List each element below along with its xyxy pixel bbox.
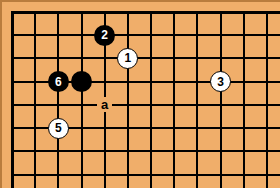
intersection-E18: 2 bbox=[93, 24, 116, 47]
white-stone-1: 1 bbox=[117, 48, 138, 69]
intersection-C16: 6 bbox=[47, 70, 70, 93]
go-board: 21635a bbox=[0, 0, 278, 186]
intersection-C14: 5 bbox=[47, 117, 70, 140]
white-stone-3: 3 bbox=[210, 71, 231, 92]
intersection-D16 bbox=[70, 70, 93, 93]
intersection-K16: 3 bbox=[209, 70, 232, 93]
black-stone-6: 6 bbox=[48, 71, 69, 92]
black-stone-unnumbered bbox=[71, 71, 92, 92]
white-stone-5: 5 bbox=[48, 118, 69, 139]
black-stone-2: 2 bbox=[94, 25, 115, 46]
intersection-E15: a bbox=[93, 93, 116, 116]
point-label-a: a bbox=[97, 97, 112, 112]
go-corner-diagram: 21635a bbox=[0, 0, 280, 188]
intersection-F17: 1 bbox=[116, 47, 139, 70]
